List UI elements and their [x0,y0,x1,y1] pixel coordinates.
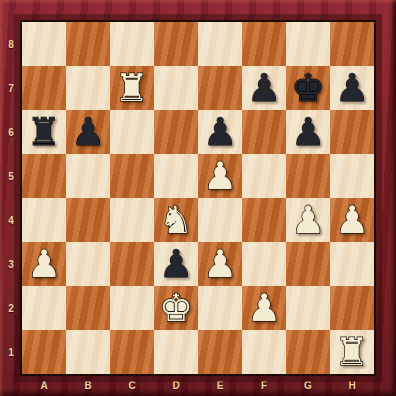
square-a7[interactable] [22,66,66,110]
chess-board: ♜♟♚♟♜♟♟♟♟♞♟♟♟♟♟♚♟♜ [22,22,374,374]
square-c1[interactable] [110,330,154,374]
square-h6[interactable] [330,110,374,154]
white-pawn[interactable]: ♟ [242,286,286,330]
square-e3[interactable]: ♟ [198,242,242,286]
square-a5[interactable] [22,154,66,198]
white-pawn[interactable]: ♟ [286,198,330,242]
square-d6[interactable] [154,110,198,154]
square-h7[interactable]: ♟ [330,66,374,110]
square-c7[interactable]: ♜ [110,66,154,110]
square-h5[interactable] [330,154,374,198]
rank-label-4: 4 [0,198,22,242]
square-a3[interactable]: ♟ [22,242,66,286]
black-pawn[interactable]: ♟ [330,66,374,110]
square-f7[interactable]: ♟ [242,66,286,110]
white-pawn[interactable]: ♟ [198,154,242,198]
square-a8[interactable] [22,22,66,66]
square-e4[interactable] [198,198,242,242]
square-b1[interactable] [66,330,110,374]
rank-label-1: 1 [0,330,22,374]
rank-label-2: 2 [0,286,22,330]
white-pawn[interactable]: ♟ [330,198,374,242]
rank-labels: 87654321 [0,22,22,374]
white-pawn[interactable]: ♟ [198,242,242,286]
square-d1[interactable] [154,330,198,374]
square-a2[interactable] [22,286,66,330]
square-c3[interactable] [110,242,154,286]
black-pawn[interactable]: ♟ [198,110,242,154]
file-label-g: G [286,374,330,396]
file-label-b: B [66,374,110,396]
square-h1[interactable]: ♜ [330,330,374,374]
square-f6[interactable] [242,110,286,154]
square-g4[interactable]: ♟ [286,198,330,242]
white-pawn[interactable]: ♟ [22,242,66,286]
square-e1[interactable] [198,330,242,374]
rank-label-5: 5 [0,154,22,198]
square-e7[interactable] [198,66,242,110]
square-h2[interactable] [330,286,374,330]
file-label-h: H [330,374,374,396]
square-d5[interactable] [154,154,198,198]
square-g1[interactable] [286,330,330,374]
file-labels: ABCDEFGH [22,374,374,396]
square-g3[interactable] [286,242,330,286]
square-a1[interactable] [22,330,66,374]
file-label-c: C [110,374,154,396]
square-g2[interactable] [286,286,330,330]
square-e8[interactable] [198,22,242,66]
black-pawn[interactable]: ♟ [154,242,198,286]
square-c8[interactable] [110,22,154,66]
square-b7[interactable] [66,66,110,110]
black-pawn[interactable]: ♟ [286,110,330,154]
square-b6[interactable]: ♟ [66,110,110,154]
square-h4[interactable]: ♟ [330,198,374,242]
square-d8[interactable] [154,22,198,66]
rank-label-8: 8 [0,22,22,66]
file-label-d: D [154,374,198,396]
square-f2[interactable]: ♟ [242,286,286,330]
rank-label-6: 6 [0,110,22,154]
square-b5[interactable] [66,154,110,198]
square-c2[interactable] [110,286,154,330]
white-king[interactable]: ♚ [154,286,198,330]
square-e5[interactable]: ♟ [198,154,242,198]
black-pawn[interactable]: ♟ [66,110,110,154]
rank-label-3: 3 [0,242,22,286]
square-d7[interactable] [154,66,198,110]
square-g8[interactable] [286,22,330,66]
square-d3[interactable]: ♟ [154,242,198,286]
square-c4[interactable] [110,198,154,242]
square-d2[interactable]: ♚ [154,286,198,330]
square-d4[interactable]: ♞ [154,198,198,242]
square-h8[interactable] [330,22,374,66]
black-rook[interactable]: ♜ [22,110,66,154]
square-g5[interactable] [286,154,330,198]
square-b4[interactable] [66,198,110,242]
square-b8[interactable] [66,22,110,66]
file-label-a: A [22,374,66,396]
square-b3[interactable] [66,242,110,286]
square-b2[interactable] [66,286,110,330]
square-e2[interactable] [198,286,242,330]
square-f4[interactable] [242,198,286,242]
file-label-f: F [242,374,286,396]
square-g7[interactable]: ♚ [286,66,330,110]
square-c5[interactable] [110,154,154,198]
rank-label-7: 7 [0,66,22,110]
square-f8[interactable] [242,22,286,66]
square-a4[interactable] [22,198,66,242]
white-rook[interactable]: ♜ [330,330,374,374]
square-a6[interactable]: ♜ [22,110,66,154]
black-pawn[interactable]: ♟ [242,66,286,110]
square-f5[interactable] [242,154,286,198]
black-king[interactable]: ♚ [286,66,330,110]
square-g6[interactable]: ♟ [286,110,330,154]
white-knight[interactable]: ♞ [154,198,198,242]
file-label-e: E [198,374,242,396]
white-rook[interactable]: ♜ [110,66,154,110]
square-h3[interactable] [330,242,374,286]
square-e6[interactable]: ♟ [198,110,242,154]
square-f3[interactable] [242,242,286,286]
square-c6[interactable] [110,110,154,154]
square-f1[interactable] [242,330,286,374]
chess-board-frame: 87654321 ABCDEFGH ♜♟♚♟♜♟♟♟♟♞♟♟♟♟♟♚♟♜ [0,0,396,396]
